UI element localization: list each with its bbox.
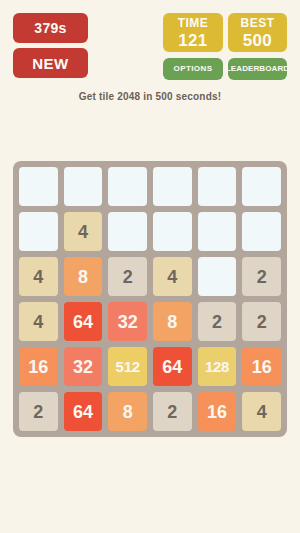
tile-2: 2 bbox=[19, 392, 58, 431]
tile-4: 4 bbox=[64, 212, 103, 251]
goal-caption: Get tile 2048 in 500 seconds! bbox=[0, 91, 300, 102]
tile-4: 4 bbox=[153, 257, 192, 296]
empty-cell bbox=[242, 167, 281, 206]
new-game-button[interactable]: NEW bbox=[13, 48, 88, 78]
tile-4: 4 bbox=[242, 392, 281, 431]
best-stat-label: BEST bbox=[240, 17, 274, 29]
best-stat-value: 500 bbox=[243, 32, 272, 49]
leaderboard-button[interactable]: LEADERBOARD bbox=[228, 58, 287, 80]
tile-512: 512 bbox=[108, 347, 147, 386]
empty-cell bbox=[153, 167, 192, 206]
tile-128: 128 bbox=[198, 347, 237, 386]
options-label: OPTIONS bbox=[174, 65, 213, 73]
tile-8: 8 bbox=[108, 392, 147, 431]
countdown-timer-label: 379s bbox=[34, 21, 66, 35]
empty-cell bbox=[198, 167, 237, 206]
empty-cell bbox=[19, 212, 58, 251]
empty-cell bbox=[242, 212, 281, 251]
tile-2: 2 bbox=[242, 302, 281, 341]
tile-64: 64 bbox=[64, 302, 103, 341]
empty-cell bbox=[108, 212, 147, 251]
best-stat: BEST 500 bbox=[228, 13, 287, 52]
tile-2: 2 bbox=[108, 257, 147, 296]
tile-64: 64 bbox=[153, 347, 192, 386]
tile-2: 2 bbox=[198, 302, 237, 341]
tile-2: 2 bbox=[153, 392, 192, 431]
new-game-label: NEW bbox=[32, 56, 69, 71]
tile-8: 8 bbox=[64, 257, 103, 296]
time-stat: TIME 121 bbox=[163, 13, 223, 52]
tile-64: 64 bbox=[64, 392, 103, 431]
app-2048: 379s NEW TIME 121 BEST 500 OPTIONS LEADE… bbox=[0, 0, 300, 533]
empty-cell bbox=[19, 167, 58, 206]
empty-cell bbox=[64, 167, 103, 206]
tile-2: 2 bbox=[242, 257, 281, 296]
tile-16: 16 bbox=[198, 392, 237, 431]
empty-cell bbox=[108, 167, 147, 206]
tile-8: 8 bbox=[153, 302, 192, 341]
tile-4: 4 bbox=[19, 257, 58, 296]
options-button[interactable]: OPTIONS bbox=[163, 58, 223, 80]
time-stat-label: TIME bbox=[178, 17, 209, 29]
countdown-timer: 379s bbox=[13, 13, 88, 43]
time-stat-value: 121 bbox=[178, 32, 207, 49]
tile-32: 32 bbox=[64, 347, 103, 386]
leaderboard-label: LEADERBOARD bbox=[226, 65, 289, 73]
game-board[interactable]: 448242464328221632512641281626482164 bbox=[13, 161, 287, 437]
tile-32: 32 bbox=[108, 302, 147, 341]
empty-cell bbox=[198, 257, 237, 296]
tile-4: 4 bbox=[19, 302, 58, 341]
tile-16: 16 bbox=[242, 347, 281, 386]
empty-cell bbox=[153, 212, 192, 251]
empty-cell bbox=[198, 212, 237, 251]
tile-16: 16 bbox=[19, 347, 58, 386]
